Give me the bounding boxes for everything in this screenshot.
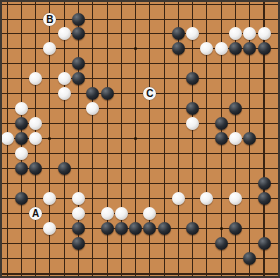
grid-hline [1,63,279,64]
white-stone [72,192,85,205]
white-stone [29,117,42,130]
black-stone [72,27,85,40]
white-stone [43,222,56,235]
white-stone [243,27,256,40]
black-stone [243,252,256,265]
black-stone [15,192,28,205]
black-stone [72,222,85,235]
white-stone [58,72,71,85]
grid-hline [1,78,279,79]
black-stone [158,222,171,235]
white-stone [101,207,114,220]
grid-hline [1,123,279,124]
grid-hline [1,153,279,154]
grid-hline [1,183,279,184]
black-stone [58,162,71,175]
black-stone [215,132,228,145]
black-stone [258,42,271,55]
black-stone [172,42,185,55]
black-stone [215,237,228,250]
black-stone [229,102,242,115]
grid-hline [1,168,279,169]
black-stone [186,222,199,235]
star-point [134,137,137,140]
black-stone [172,27,185,40]
grid-hline [1,273,279,275]
black-stone [101,222,114,235]
star-point [48,137,51,140]
black-stone [243,42,256,55]
star-point [220,227,223,230]
white-stone [115,207,128,220]
white-stone [1,132,14,145]
point-label-B: B [43,13,56,26]
black-stone [15,117,28,130]
white-stone [215,42,228,55]
black-stone [215,117,228,130]
star-point [134,47,137,50]
black-stone [129,222,142,235]
grid-hline [1,243,279,244]
white-stone [29,72,42,85]
white-stone [186,117,199,130]
white-stone [43,42,56,55]
white-stone [15,147,28,160]
black-stone [258,177,271,190]
white-stone [15,102,28,115]
white-stone [200,192,213,205]
white-stone [258,27,271,40]
black-stone [15,162,28,175]
black-stone [29,162,42,175]
black-stone [72,13,85,26]
black-stone [186,72,199,85]
point-label-A: A [29,207,42,220]
white-stone [200,42,213,55]
white-stone [43,192,56,205]
white-stone [29,132,42,145]
white-stone [86,102,99,115]
white-stone [58,87,71,100]
black-stone [229,222,242,235]
grid-hline [1,213,279,214]
black-stone [258,237,271,250]
white-stone [229,27,242,40]
white-stone [72,207,85,220]
white-stone [229,132,242,145]
black-stone [258,192,271,205]
black-stone [15,132,28,145]
grid-hline [1,93,279,94]
black-stone [72,72,85,85]
grid-hline [1,4,279,5]
black-stone [101,87,114,100]
black-stone [229,42,242,55]
black-stone [72,57,85,70]
black-stone [72,237,85,250]
black-stone [143,222,156,235]
black-stone [243,132,256,145]
white-stone [229,192,242,205]
white-stone [58,27,71,40]
grid-hline [1,258,279,259]
point-label-C: C [143,87,156,100]
white-stone [186,27,199,40]
white-stone [172,192,185,205]
black-stone [115,222,128,235]
go-board-diagram: BCA [0,0,280,278]
black-stone [186,102,199,115]
black-stone [86,87,99,100]
white-stone [143,207,156,220]
